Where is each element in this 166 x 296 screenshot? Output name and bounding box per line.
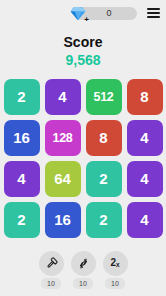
swap-tool[interactable]: 10 — [70, 251, 97, 289]
tile-r2-c4[interactable]: 4 — [127, 120, 163, 156]
hammer-button[interactable] — [39, 251, 64, 276]
tile-r4-c1[interactable]: 2 — [4, 202, 40, 238]
swap-icon — [76, 256, 91, 271]
tile-r2-c2[interactable]: 128 — [45, 120, 81, 156]
gem-counter[interactable]: + 0 — [70, 6, 137, 21]
board-grid[interactable]: 24512816128844642421624 — [4, 79, 163, 238]
top-bar: + 0 — [0, 0, 166, 21]
gem-plus-icon[interactable]: + — [70, 6, 86, 21]
multiplier-tool[interactable]: 2x 10 — [102, 251, 129, 289]
tile-r1-c1[interactable]: 2 — [4, 79, 40, 115]
score-block: Score 9,568 — [0, 35, 166, 69]
score-value: 9,568 — [0, 53, 166, 68]
powerup-toolbar: 10 10 2x 10 — [0, 251, 166, 289]
score-label: Score — [0, 35, 166, 50]
swap-count-badge: 10 — [73, 278, 93, 289]
multiplier-count-badge: 10 — [105, 278, 125, 289]
tile-r3-c4[interactable]: 4 — [127, 161, 163, 197]
tile-r4-c4[interactable]: 4 — [127, 202, 163, 238]
tile-r3-c1[interactable]: 4 — [4, 161, 40, 197]
swap-button[interactable] — [71, 251, 96, 276]
tile-r2-c3[interactable]: 8 — [86, 120, 122, 156]
tile-r3-c2[interactable]: 64 — [45, 161, 81, 197]
hammer-count-badge: 10 — [41, 278, 61, 289]
tile-r2-c1[interactable]: 16 — [4, 120, 40, 156]
hammer-icon — [44, 256, 59, 271]
tile-r1-c3[interactable]: 512 — [86, 79, 122, 115]
gem-plus-sign: + — [84, 16, 89, 24]
multiplier-2x-icon: 2x — [110, 258, 119, 269]
hammer-tool[interactable]: 10 — [38, 251, 65, 289]
tile-r1-c2[interactable]: 4 — [45, 79, 81, 115]
multiplier-button[interactable]: 2x — [103, 251, 128, 276]
hamburger-menu-icon[interactable] — [147, 6, 160, 20]
tile-r4-c2[interactable]: 16 — [45, 202, 81, 238]
tile-r3-c3[interactable]: 2 — [86, 161, 122, 197]
tile-r4-c3[interactable]: 2 — [86, 202, 122, 238]
tile-r1-c4[interactable]: 8 — [127, 79, 163, 115]
